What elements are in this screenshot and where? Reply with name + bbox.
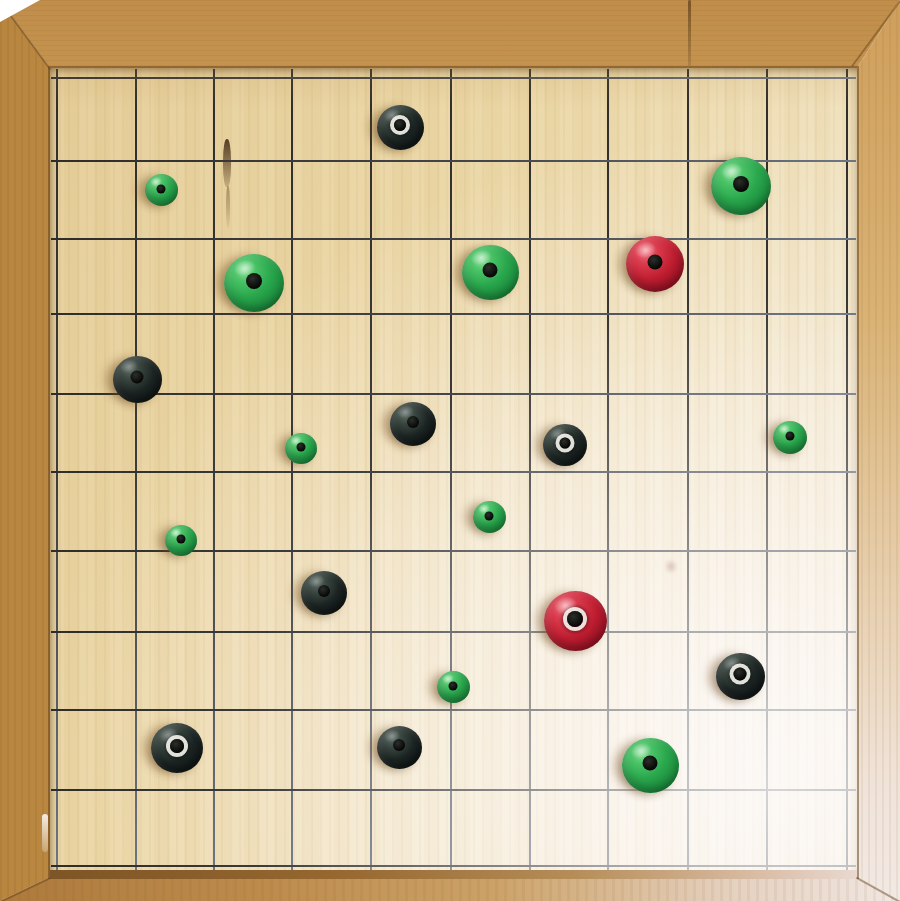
bead-green[interactable] — [711, 157, 771, 215]
bead-hole — [177, 534, 186, 543]
paint-scuff — [42, 814, 48, 852]
bead-hole — [394, 119, 406, 131]
bead-hole — [407, 416, 419, 428]
bead-black[interactable] — [301, 571, 347, 615]
bead-hole — [449, 681, 458, 690]
bead-hole — [393, 739, 405, 751]
bead-hole — [734, 668, 747, 681]
bead-hole — [485, 511, 494, 520]
bead-green[interactable] — [622, 738, 679, 793]
bead-black[interactable] — [377, 105, 424, 150]
bead-hole — [733, 176, 749, 192]
bead-black[interactable] — [151, 723, 203, 773]
bead-black[interactable] — [543, 424, 587, 466]
bead-green[interactable] — [473, 501, 506, 533]
bead-green[interactable] — [285, 433, 317, 464]
pieces-layer — [0, 0, 900, 901]
bead-hole — [318, 585, 330, 597]
framed-bead-board-photo — [0, 0, 900, 901]
bead-green[interactable] — [224, 254, 284, 312]
bead-green[interactable] — [437, 671, 470, 703]
bead-hole — [786, 431, 795, 440]
bead-black[interactable] — [716, 653, 765, 700]
bead-hole — [157, 184, 166, 193]
bead-hole — [170, 739, 184, 753]
bead-green[interactable] — [145, 174, 178, 206]
bead-green[interactable] — [462, 245, 519, 300]
bead-hole — [131, 371, 144, 384]
bead-hole — [483, 262, 498, 277]
bead-black[interactable] — [390, 402, 436, 446]
bead-green[interactable] — [165, 525, 197, 556]
bead-black[interactable] — [113, 356, 162, 403]
bead-hole — [648, 254, 663, 269]
bead-hole — [560, 438, 571, 449]
frame-wood-crack — [688, 0, 691, 66]
bead-hole — [246, 273, 262, 289]
bead-red[interactable] — [544, 591, 607, 651]
bead-hole — [643, 755, 658, 770]
bead-hole — [567, 611, 583, 627]
bead-black[interactable] — [377, 726, 422, 769]
bead-red[interactable] — [626, 236, 684, 292]
bead-green[interactable] — [773, 421, 807, 454]
bead-hole — [297, 442, 306, 451]
